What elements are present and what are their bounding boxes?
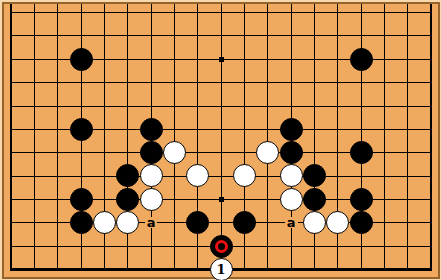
intersection-A2 (0, 234, 23, 257)
intersection-K2 (209, 234, 232, 257)
white-stone-E3 (93, 211, 116, 234)
intersection-Q1 (349, 258, 372, 280)
intersection-J12 (186, 1, 209, 24)
intersection-J11 (186, 24, 209, 47)
black-stone-D7 (70, 118, 93, 141)
intersection-Q4 (349, 188, 372, 211)
intersection-E5 (93, 164, 116, 187)
intersection-D10 (69, 48, 92, 71)
intersection-R5 (373, 164, 396, 187)
intersection-K4 (209, 188, 232, 211)
intersection-M1 (256, 258, 279, 280)
intersection-P5 (326, 164, 349, 187)
intersection-J5 (186, 164, 209, 187)
intersection-K7 (209, 118, 232, 141)
white-stone-K1: 1 (210, 258, 233, 280)
intersection-M5 (256, 164, 279, 187)
intersection-M3 (256, 211, 279, 234)
intersection-O7 (303, 118, 326, 141)
intersection-T2 (420, 234, 441, 257)
intersection-A11 (0, 24, 23, 47)
intersection-M7 (256, 118, 279, 141)
intersection-O8 (303, 94, 326, 117)
intersection-G10 (139, 48, 162, 71)
intersection-P2 (326, 234, 349, 257)
white-stone-N4 (280, 188, 303, 211)
intersection-O1 (303, 258, 326, 280)
intersection-D1 (69, 258, 92, 280)
black-stone-G7 (140, 118, 163, 141)
intersection-F6 (116, 141, 139, 164)
intersection-L2 (233, 234, 256, 257)
intersection-R3 (373, 211, 396, 234)
intersection-A8 (0, 94, 23, 117)
intersection-K11 (209, 24, 232, 47)
intersection-G4 (139, 188, 162, 211)
intersection-Q7 (349, 118, 372, 141)
black-stone-D3 (70, 211, 93, 234)
intersection-C3 (46, 211, 69, 234)
intersection-D12 (69, 1, 92, 24)
black-stone-K2 (210, 235, 233, 258)
intersection-T9 (420, 71, 441, 94)
black-stone-O4 (303, 188, 326, 211)
intersection-H9 (163, 71, 186, 94)
intersection-B1 (23, 258, 46, 280)
intersection-C6 (46, 141, 69, 164)
intersection-H6 (163, 141, 186, 164)
intersection-D7 (69, 118, 92, 141)
intersection-C10 (46, 48, 69, 71)
intersection-S4 (396, 188, 419, 211)
intersection-N7 (279, 118, 302, 141)
go-board: aa1 (0, 1, 441, 280)
intersection-G5 (139, 164, 162, 187)
intersection-H3 (163, 211, 186, 234)
intersection-C5 (46, 164, 69, 187)
intersection-O2 (303, 234, 326, 257)
intersection-G3: a (139, 211, 162, 234)
intersection-H7 (163, 118, 186, 141)
intersection-G2 (139, 234, 162, 257)
intersection-H2 (163, 234, 186, 257)
intersection-D8 (69, 94, 92, 117)
intersection-E6 (93, 141, 116, 164)
intersection-R8 (373, 94, 396, 117)
intersection-N5 (279, 164, 302, 187)
intersection-H12 (163, 1, 186, 24)
intersection-R1 (373, 258, 396, 280)
black-stone-G6 (140, 141, 163, 164)
intersection-J3 (186, 211, 209, 234)
intersection-D9 (69, 71, 92, 94)
intersection-S8 (396, 94, 419, 117)
intersection-L4 (233, 188, 256, 211)
intersection-N10 (279, 48, 302, 71)
intersection-B4 (23, 188, 46, 211)
intersection-D11 (69, 24, 92, 47)
intersection-C12 (46, 1, 69, 24)
intersection-T11 (420, 24, 441, 47)
white-stone-G5 (140, 164, 163, 187)
intersection-T12 (420, 1, 441, 24)
intersection-H4 (163, 188, 186, 211)
intersection-J7 (186, 118, 209, 141)
intersection-E4 (93, 188, 116, 211)
intersection-E1 (93, 258, 116, 280)
intersection-R11 (373, 24, 396, 47)
intersection-R2 (373, 234, 396, 257)
intersection-F2 (116, 234, 139, 257)
white-stone-O3 (303, 211, 326, 234)
intersection-N3: a (279, 211, 302, 234)
intersection-O9 (303, 71, 326, 94)
intersection-T7 (420, 118, 441, 141)
intersection-Q2 (349, 234, 372, 257)
intersection-R4 (373, 188, 396, 211)
intersection-K3 (209, 211, 232, 234)
intersection-T8 (420, 94, 441, 117)
intersection-D4 (69, 188, 92, 211)
intersection-E7 (93, 118, 116, 141)
white-stone-H6 (163, 141, 186, 164)
intersection-Q12 (349, 1, 372, 24)
intersection-T3 (420, 211, 441, 234)
red-circle-marker (215, 240, 228, 253)
white-stone-M6 (256, 141, 279, 164)
intersection-D2 (69, 234, 92, 257)
intersection-P9 (326, 71, 349, 94)
intersection-G6 (139, 141, 162, 164)
intersection-G11 (139, 24, 162, 47)
intersection-T5 (420, 164, 441, 187)
intersection-G1 (139, 258, 162, 280)
intersection-M4 (256, 188, 279, 211)
intersection-M2 (256, 234, 279, 257)
black-stone-D4 (70, 188, 93, 211)
intersection-N1 (279, 258, 302, 280)
intersection-Q3 (349, 211, 372, 234)
intersection-J8 (186, 94, 209, 117)
white-stone-F3 (116, 211, 139, 234)
intersection-S1 (396, 258, 419, 280)
intersection-R12 (373, 1, 396, 24)
intersection-B2 (23, 234, 46, 257)
intersection-A9 (0, 71, 23, 94)
intersection-M9 (256, 71, 279, 94)
intersection-L6 (233, 141, 256, 164)
intersection-J1 (186, 258, 209, 280)
intersection-M10 (256, 48, 279, 71)
intersection-B7 (23, 118, 46, 141)
point-label-N3: a (285, 217, 298, 228)
intersection-P4 (326, 188, 349, 211)
black-stone-N6 (280, 141, 303, 164)
intersection-H1 (163, 258, 186, 280)
intersection-L11 (233, 24, 256, 47)
move-number-label: 1 (217, 261, 226, 276)
intersection-F4 (116, 188, 139, 211)
intersection-E11 (93, 24, 116, 47)
intersection-C8 (46, 94, 69, 117)
white-stone-L5 (233, 164, 256, 187)
intersection-L1 (233, 258, 256, 280)
intersection-F1 (116, 258, 139, 280)
intersection-A10 (0, 48, 23, 71)
intersection-J10 (186, 48, 209, 71)
intersection-G7 (139, 118, 162, 141)
intersection-A1 (0, 258, 23, 280)
intersection-F5 (116, 164, 139, 187)
intersection-B6 (23, 141, 46, 164)
black-stone-L3 (233, 211, 256, 234)
intersection-N4 (279, 188, 302, 211)
intersection-L12 (233, 1, 256, 24)
intersection-P3 (326, 211, 349, 234)
intersection-A6 (0, 141, 23, 164)
intersection-G12 (139, 1, 162, 24)
intersection-S9 (396, 71, 419, 94)
intersection-C9 (46, 71, 69, 94)
intersection-K1: 1 (209, 258, 232, 280)
intersection-T1 (420, 258, 441, 280)
intersection-S10 (396, 48, 419, 71)
intersection-P12 (326, 1, 349, 24)
intersection-E8 (93, 94, 116, 117)
intersection-S2 (396, 234, 419, 257)
intersection-A12 (0, 1, 23, 24)
intersection-T4 (420, 188, 441, 211)
white-stone-P3 (326, 211, 349, 234)
intersection-B10 (23, 48, 46, 71)
intersection-P10 (326, 48, 349, 71)
intersection-R6 (373, 141, 396, 164)
intersection-N2 (279, 234, 302, 257)
intersection-J4 (186, 188, 209, 211)
intersection-Q11 (349, 24, 372, 47)
intersection-S12 (396, 1, 419, 24)
intersection-E12 (93, 1, 116, 24)
intersection-M12 (256, 1, 279, 24)
intersection-A3 (0, 211, 23, 234)
black-stone-F5 (116, 164, 139, 187)
intersection-L10 (233, 48, 256, 71)
star-point-K10 (219, 57, 224, 62)
intersection-Q6 (349, 141, 372, 164)
intersection-E9 (93, 71, 116, 94)
intersection-F12 (116, 1, 139, 24)
intersection-P1 (326, 258, 349, 280)
black-stone-Q3 (350, 211, 373, 234)
intersection-O5 (303, 164, 326, 187)
intersection-F8 (116, 94, 139, 117)
intersection-S11 (396, 24, 419, 47)
go-diagram: aa1 (0, 0, 441, 280)
intersection-H8 (163, 94, 186, 117)
intersection-K8 (209, 94, 232, 117)
intersection-P11 (326, 24, 349, 47)
intersection-E10 (93, 48, 116, 71)
intersection-M6 (256, 141, 279, 164)
white-stone-J5 (186, 164, 209, 187)
intersection-E2 (93, 234, 116, 257)
intersection-S6 (396, 141, 419, 164)
intersection-P8 (326, 94, 349, 117)
intersection-M8 (256, 94, 279, 117)
intersection-R7 (373, 118, 396, 141)
intersection-C1 (46, 258, 69, 280)
intersection-K6 (209, 141, 232, 164)
intersection-A7 (0, 118, 23, 141)
intersection-O3 (303, 211, 326, 234)
intersection-J6 (186, 141, 209, 164)
intersection-O4 (303, 188, 326, 211)
intersection-B5 (23, 164, 46, 187)
intersection-B9 (23, 71, 46, 94)
intersection-K9 (209, 71, 232, 94)
intersection-H10 (163, 48, 186, 71)
intersection-P7 (326, 118, 349, 141)
intersection-M11 (256, 24, 279, 47)
intersection-L5 (233, 164, 256, 187)
intersection-L9 (233, 71, 256, 94)
intersection-J9 (186, 71, 209, 94)
intersection-A4 (0, 188, 23, 211)
black-stone-O5 (303, 164, 326, 187)
intersection-T6 (420, 141, 441, 164)
intersection-F10 (116, 48, 139, 71)
intersection-O6 (303, 141, 326, 164)
intersection-G8 (139, 94, 162, 117)
black-stone-Q10 (350, 48, 373, 71)
white-stone-G4 (140, 188, 163, 211)
intersection-R10 (373, 48, 396, 71)
intersection-Q8 (349, 94, 372, 117)
intersection-C2 (46, 234, 69, 257)
intersection-O10 (303, 48, 326, 71)
point-label-G3: a (145, 217, 158, 228)
black-stone-Q4 (350, 188, 373, 211)
intersection-S3 (396, 211, 419, 234)
intersection-N11 (279, 24, 302, 47)
white-stone-N5 (280, 164, 303, 187)
black-stone-Q6 (350, 141, 373, 164)
intersection-F11 (116, 24, 139, 47)
intersection-L8 (233, 94, 256, 117)
intersection-D6 (69, 141, 92, 164)
intersection-K12 (209, 1, 232, 24)
black-stone-D10 (70, 48, 93, 71)
intersection-P6 (326, 141, 349, 164)
intersection-N12 (279, 1, 302, 24)
intersection-Q5 (349, 164, 372, 187)
intersection-F3 (116, 211, 139, 234)
black-stone-N7 (280, 118, 303, 141)
intersection-R9 (373, 71, 396, 94)
intersection-Q10 (349, 48, 372, 71)
intersection-J2 (186, 234, 209, 257)
black-stone-J3 (186, 211, 209, 234)
intersection-H11 (163, 24, 186, 47)
intersection-D3 (69, 211, 92, 234)
intersection-F9 (116, 71, 139, 94)
intersection-C11 (46, 24, 69, 47)
intersection-E3 (93, 211, 116, 234)
intersection-K5 (209, 164, 232, 187)
star-point-K4 (219, 197, 224, 202)
intersection-Q9 (349, 71, 372, 94)
intersection-B8 (23, 94, 46, 117)
intersection-K10 (209, 48, 232, 71)
intersection-C4 (46, 188, 69, 211)
intersection-N6 (279, 141, 302, 164)
intersection-T10 (420, 48, 441, 71)
intersection-G9 (139, 71, 162, 94)
intersection-B11 (23, 24, 46, 47)
intersection-C7 (46, 118, 69, 141)
black-stone-F4 (116, 188, 139, 211)
intersection-B12 (23, 1, 46, 24)
intersection-O11 (303, 24, 326, 47)
intersection-D5 (69, 164, 92, 187)
intersection-N8 (279, 94, 302, 117)
intersection-N9 (279, 71, 302, 94)
intersection-S5 (396, 164, 419, 187)
intersection-L7 (233, 118, 256, 141)
intersection-L3 (233, 211, 256, 234)
intersection-A5 (0, 164, 23, 187)
intersection-O12 (303, 1, 326, 24)
intersection-H5 (163, 164, 186, 187)
intersection-B3 (23, 211, 46, 234)
intersection-S7 (396, 118, 419, 141)
intersection-F7 (116, 118, 139, 141)
